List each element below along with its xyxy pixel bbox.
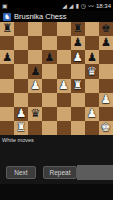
square-b2[interactable]: ♟ bbox=[14, 107, 28, 121]
black-pawn-f7[interactable]: ♟ bbox=[73, 37, 83, 49]
square-a4[interactable] bbox=[0, 79, 14, 93]
white-pawn-f6[interactable]: ♟ bbox=[73, 51, 83, 63]
square-g3[interactable] bbox=[85, 93, 99, 107]
white-rook-f4[interactable]: ♜ bbox=[73, 79, 83, 91]
square-f4[interactable]: ♜ bbox=[71, 79, 85, 93]
square-h3[interactable]: ♟ bbox=[99, 93, 113, 107]
square-d5[interactable] bbox=[42, 64, 56, 78]
square-g6[interactable]: ♟ bbox=[85, 50, 99, 64]
square-f8[interactable]: ♜ bbox=[71, 22, 85, 36]
black-pawn-d6[interactable]: ♟ bbox=[44, 51, 54, 63]
square-h6[interactable] bbox=[99, 50, 113, 64]
square-b8[interactable] bbox=[14, 22, 28, 36]
black-pawn-a6[interactable]: ♟ bbox=[2, 51, 12, 63]
alarm-icon: ◷ bbox=[81, 3, 86, 9]
square-a5[interactable] bbox=[0, 64, 14, 78]
square-b6[interactable] bbox=[14, 50, 28, 64]
square-e1[interactable] bbox=[57, 121, 71, 135]
app-title-bar: ♞ Brusnika Chess bbox=[0, 11, 113, 22]
clock-text: 18:34 bbox=[96, 3, 111, 9]
square-a7[interactable] bbox=[0, 36, 14, 50]
signal-icon: ◢ bbox=[69, 3, 74, 9]
square-e7[interactable] bbox=[57, 36, 71, 50]
square-a3[interactable] bbox=[0, 93, 14, 107]
square-c2[interactable]: ♛ bbox=[28, 107, 42, 121]
square-d8[interactable] bbox=[42, 22, 56, 36]
black-rook-f8[interactable]: ♜ bbox=[73, 23, 83, 35]
next-button[interactable]: Next bbox=[6, 166, 36, 179]
vibrate-icon: 〰 bbox=[88, 3, 94, 9]
square-a2[interactable] bbox=[0, 107, 14, 121]
white-pawn-e4[interactable]: ♟ bbox=[58, 79, 68, 91]
white-pawn-g2[interactable]: ♟ bbox=[87, 108, 97, 120]
square-g5[interactable]: ♛ bbox=[85, 64, 99, 78]
chess-board[interactable]: ♜♜♚♟♟♟♟♟♟♟♛♟♟♜♟♟♛♟♜♚ bbox=[0, 22, 113, 135]
white-king-h1[interactable]: ♚ bbox=[101, 122, 111, 134]
square-h5[interactable] bbox=[99, 64, 113, 78]
square-e2[interactable] bbox=[57, 107, 71, 121]
square-a8[interactable]: ♜ bbox=[0, 22, 14, 36]
square-h1[interactable]: ♚ bbox=[99, 121, 113, 135]
square-g4[interactable] bbox=[85, 79, 99, 93]
square-f6[interactable]: ♟ bbox=[71, 50, 85, 64]
square-b7[interactable] bbox=[14, 36, 28, 50]
square-b4[interactable] bbox=[14, 79, 28, 93]
black-pawn-g6[interactable]: ♟ bbox=[87, 51, 97, 63]
square-c7[interactable] bbox=[28, 36, 42, 50]
android-status-bar: ▣ ◢◢▮◷〰 18:34 bbox=[0, 0, 113, 11]
white-pawn-c4[interactable]: ♟ bbox=[30, 79, 40, 91]
square-a1[interactable] bbox=[0, 121, 14, 135]
square-g1[interactable] bbox=[85, 121, 99, 135]
blank-panel bbox=[77, 165, 113, 180]
battery-icon: ▮ bbox=[75, 3, 78, 9]
status-bar-right-icons: ◢◢▮◷〰 18:34 bbox=[62, 3, 111, 9]
black-pawn-c5[interactable]: ♟ bbox=[30, 65, 40, 77]
notification-icon: ▣ bbox=[2, 3, 8, 9]
square-c8[interactable] bbox=[28, 22, 42, 36]
square-f5[interactable] bbox=[71, 64, 85, 78]
black-king-h8[interactable]: ♚ bbox=[101, 23, 111, 35]
square-g7[interactable] bbox=[85, 36, 99, 50]
square-b5[interactable] bbox=[14, 64, 28, 78]
white-pawn-h3[interactable]: ♟ bbox=[101, 93, 111, 105]
square-e6[interactable] bbox=[57, 50, 71, 64]
square-c5[interactable]: ♟ bbox=[28, 64, 42, 78]
square-d2[interactable] bbox=[42, 107, 56, 121]
square-c6[interactable] bbox=[28, 50, 42, 64]
square-e3[interactable] bbox=[57, 93, 71, 107]
black-pawn-h7[interactable]: ♟ bbox=[101, 37, 111, 49]
square-g2[interactable]: ♟ bbox=[85, 107, 99, 121]
repeat-button[interactable]: Repeat bbox=[43, 166, 77, 179]
white-queen-g5[interactable]: ♛ bbox=[87, 65, 97, 77]
square-a6[interactable]: ♟ bbox=[0, 50, 14, 64]
black-rook-a8[interactable]: ♜ bbox=[2, 23, 12, 35]
square-d4[interactable] bbox=[42, 79, 56, 93]
square-b1[interactable]: ♜ bbox=[14, 121, 28, 135]
square-d6[interactable]: ♟ bbox=[42, 50, 56, 64]
black-queen-c2[interactable]: ♛ bbox=[30, 108, 40, 120]
network-signal-icon: ◢ bbox=[62, 3, 67, 9]
square-h7[interactable]: ♟ bbox=[99, 36, 113, 50]
square-b3[interactable] bbox=[14, 93, 28, 107]
knight-logo-icon: ♞ bbox=[3, 13, 11, 21]
square-f7[interactable]: ♟ bbox=[71, 36, 85, 50]
square-e4[interactable]: ♟ bbox=[57, 79, 71, 93]
bottom-strip bbox=[0, 184, 113, 200]
white-pawn-b2[interactable]: ♟ bbox=[16, 108, 26, 120]
white-rook-b1[interactable]: ♜ bbox=[16, 122, 26, 134]
square-f2[interactable] bbox=[71, 107, 85, 121]
square-c1[interactable] bbox=[28, 121, 42, 135]
square-c4[interactable]: ♟ bbox=[28, 79, 42, 93]
square-c3[interactable] bbox=[28, 93, 42, 107]
square-e8[interactable] bbox=[57, 22, 71, 36]
app-screen: ▣ ◢◢▮◷〰 18:34 ♞ Brusnika Chess ♜♜♚♟♟♟♟♟♟… bbox=[0, 0, 113, 200]
square-h8[interactable]: ♚ bbox=[99, 22, 113, 36]
app-title: Brusnika Chess bbox=[14, 12, 67, 21]
square-d3[interactable] bbox=[42, 93, 56, 107]
square-g8[interactable] bbox=[85, 22, 99, 36]
square-d7[interactable] bbox=[42, 36, 56, 50]
status-bar-left-icons: ▣ bbox=[2, 3, 8, 9]
square-d1[interactable] bbox=[42, 121, 56, 135]
puzzle-controls: Next Repeat bbox=[0, 165, 113, 180]
square-h4[interactable] bbox=[99, 79, 113, 93]
square-f3[interactable] bbox=[71, 93, 85, 107]
square-f1[interactable] bbox=[71, 121, 85, 135]
turn-indicator-text: White moves bbox=[0, 135, 113, 143]
square-h2[interactable] bbox=[99, 107, 113, 121]
square-e5[interactable] bbox=[57, 64, 71, 78]
